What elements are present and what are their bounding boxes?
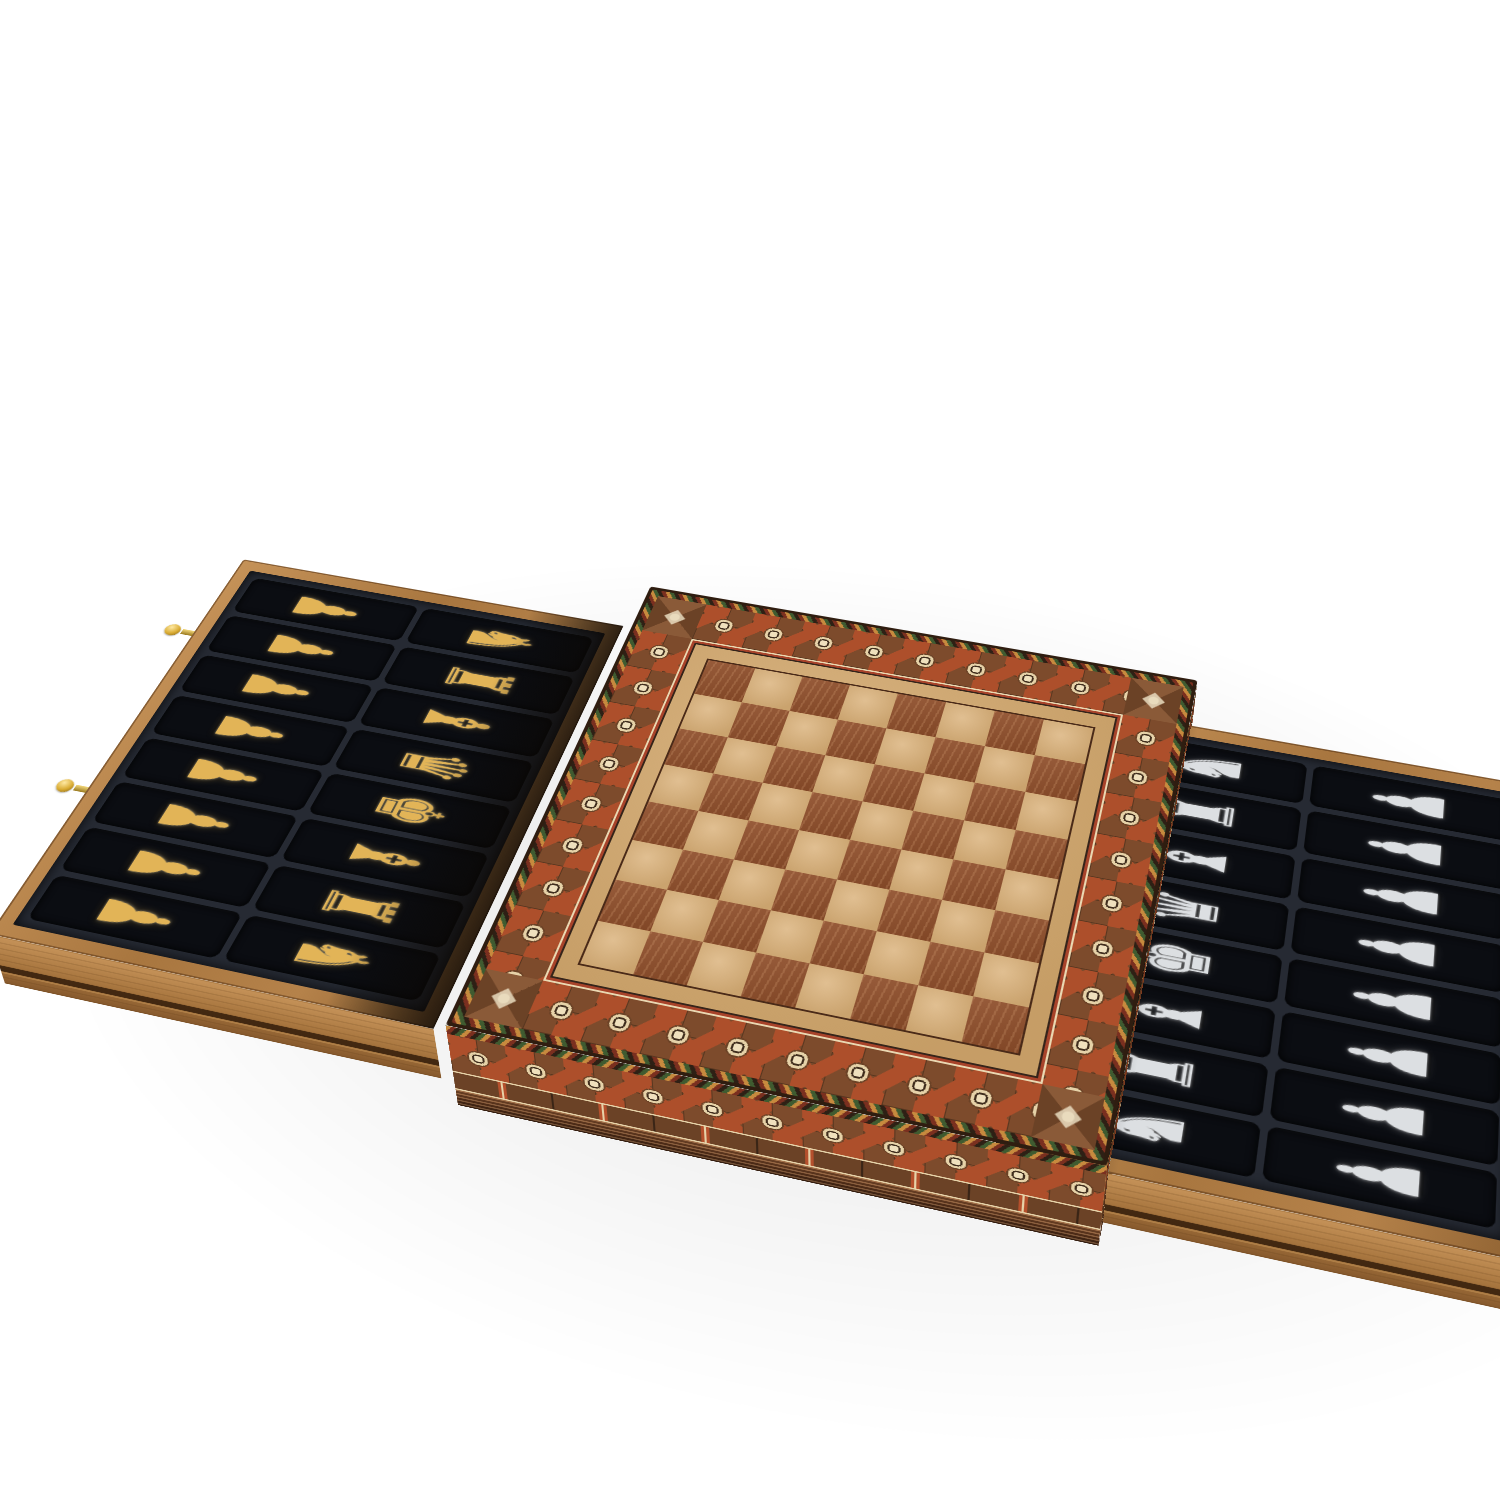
- gold-bishop-piece[interactable]: ♝: [406, 701, 506, 744]
- silver-pawn-piece[interactable]: ♟: [1333, 1029, 1444, 1086]
- checkerboard: [580, 660, 1093, 1053]
- silver-pawn-piece[interactable]: ♟: [1360, 780, 1459, 826]
- silver-pawn-piece[interactable]: ♟: [1327, 1086, 1440, 1146]
- gold-pawn-piece[interactable]: ♟: [171, 752, 275, 797]
- gold-pawn-piece[interactable]: ♟: [111, 842, 220, 890]
- gold-rook-piece[interactable]: ♜: [429, 660, 527, 701]
- mother-of-pearl-kite: [1052, 1103, 1084, 1131]
- silver-pawn-piece[interactable]: ♟: [1345, 923, 1451, 975]
- knob-stem: [180, 629, 195, 636]
- gold-pawn-piece[interactable]: ♟: [199, 709, 301, 752]
- mother-of-pearl-kite: [1141, 691, 1167, 711]
- mother-of-pearl-kite: [661, 608, 689, 626]
- gold-bishop-piece[interactable]: ♝: [331, 833, 438, 881]
- gold-rook-piece[interactable]: ♜: [304, 881, 413, 931]
- gold-pawn-piece[interactable]: ♟: [79, 891, 190, 942]
- gold-king-piece[interactable]: ♚: [357, 787, 462, 833]
- mother-of-pearl-kite: [487, 986, 521, 1012]
- silver-pawn-piece[interactable]: ♟: [1355, 826, 1456, 874]
- silver-pawn-piece[interactable]: ♟: [1339, 975, 1447, 1029]
- board-square-h1[interactable]: [962, 996, 1029, 1053]
- gold-pawn-piece[interactable]: ♟: [278, 590, 374, 628]
- product-photo-chess-box: ♟♞♟♜♟♝♟♛♟♚♟♝♟♜♟♞ ♞♟♜♟♝♟♛♟♚♟♝♟♜♟♞♟: [0, 0, 1500, 1500]
- gold-knight-piece[interactable]: ♞: [451, 621, 547, 660]
- knob-stem: [73, 785, 89, 793]
- gold-pawn-piece[interactable]: ♟: [226, 668, 326, 709]
- gold-knight-piece[interactable]: ♞: [276, 931, 388, 983]
- gold-queen-piece[interactable]: ♛: [382, 743, 484, 787]
- silver-pawn-piece[interactable]: ♟: [1321, 1145, 1437, 1208]
- silver-pawn-piece[interactable]: ♟: [1350, 873, 1454, 923]
- gold-pawn-piece[interactable]: ♟: [142, 796, 248, 843]
- gold-pawn-piece[interactable]: ♟: [253, 628, 351, 668]
